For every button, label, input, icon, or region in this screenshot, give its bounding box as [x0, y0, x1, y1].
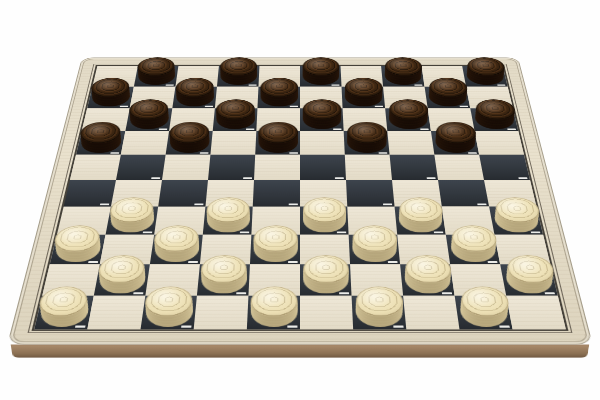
light-man-piece[interactable] — [250, 298, 297, 328]
light-man-piece[interactable] — [153, 236, 200, 262]
dark-man-piece[interactable] — [128, 109, 170, 129]
piece-top-face — [346, 122, 387, 143]
dark-man-piece[interactable] — [383, 67, 422, 85]
board-square — [475, 131, 524, 155]
board-square — [194, 296, 249, 329]
perspective-scene — [0, 0, 600, 400]
piece-top-face — [252, 225, 297, 251]
dark-man-piece[interactable] — [465, 67, 506, 85]
light-man-piece[interactable] — [53, 236, 103, 262]
board-square[interactable] — [342, 87, 386, 109]
board-square[interactable] — [213, 108, 258, 131]
board-square — [121, 131, 169, 155]
board-square[interactable] — [87, 87, 134, 109]
board-square[interactable] — [300, 155, 346, 180]
board-square[interactable] — [425, 87, 471, 109]
board-square[interactable] — [300, 207, 349, 235]
draughts-board — [7, 57, 593, 344]
board-square[interactable] — [500, 264, 558, 296]
dark-man-piece[interactable] — [215, 109, 255, 129]
board-square[interactable] — [253, 180, 300, 207]
light-man-piece[interactable] — [458, 298, 510, 328]
board-square[interactable] — [125, 108, 172, 131]
board-square — [70, 155, 121, 180]
board-square[interactable] — [300, 108, 344, 131]
board-square — [434, 155, 484, 180]
light-man-piece[interactable] — [403, 266, 452, 294]
board-square[interactable] — [349, 235, 400, 265]
light-man-piece[interactable] — [144, 298, 194, 328]
board-square[interactable] — [479, 155, 530, 180]
board-square[interactable] — [462, 66, 507, 87]
dark-man-piece[interactable] — [427, 88, 468, 107]
board-square[interactable] — [116, 155, 166, 180]
light-man-piece[interactable] — [492, 208, 540, 233]
board-square[interactable] — [34, 296, 94, 329]
light-man-piece[interactable] — [253, 236, 298, 262]
board-square[interactable] — [50, 235, 106, 265]
light-man-piece[interactable] — [108, 208, 155, 233]
photo-stage — [0, 0, 600, 400]
board-front-edge — [11, 345, 590, 358]
dark-man-piece[interactable] — [219, 67, 257, 85]
board-square[interactable] — [197, 264, 250, 296]
square-number-tag — [477, 203, 487, 205]
square-number-tag — [151, 177, 160, 179]
board-square[interactable] — [438, 180, 489, 207]
board-square[interactable] — [400, 264, 455, 296]
dark-man-piece[interactable] — [302, 67, 339, 85]
board-square — [403, 296, 459, 329]
board-square[interactable] — [470, 108, 518, 131]
dark-man-piece[interactable] — [260, 88, 298, 107]
board-square[interactable] — [346, 180, 395, 207]
piece-top-face — [257, 122, 297, 143]
board-square[interactable] — [217, 66, 260, 87]
piece-top-face — [260, 78, 298, 97]
piece-top-face — [303, 255, 349, 283]
dark-man-piece[interactable] — [344, 88, 383, 107]
board-square — [300, 131, 345, 155]
board-square[interactable] — [344, 131, 390, 155]
light-man-piece[interactable] — [351, 236, 397, 262]
board-square[interactable] — [300, 66, 342, 87]
board-square[interactable] — [247, 296, 300, 329]
board-square[interactable] — [208, 155, 255, 180]
piece-top-face — [303, 197, 347, 222]
board-square[interactable] — [134, 66, 178, 87]
dark-man-piece[interactable] — [302, 109, 341, 129]
dark-man-piece[interactable] — [388, 109, 429, 129]
dark-man-piece[interactable] — [175, 88, 215, 107]
board-square — [387, 131, 434, 155]
board-square[interactable] — [158, 180, 208, 207]
square-number-tag — [383, 203, 392, 205]
board-square — [345, 155, 392, 180]
dark-man-piece[interactable] — [434, 132, 477, 153]
board-square[interactable] — [203, 207, 253, 235]
piece-top-face — [344, 78, 383, 97]
square-number-tag — [243, 177, 252, 179]
board-square[interactable] — [94, 264, 150, 296]
board-square[interactable] — [172, 87, 217, 109]
board-square[interactable] — [141, 296, 197, 329]
board-square[interactable] — [64, 180, 116, 207]
board-square[interactable] — [106, 207, 159, 235]
board-square[interactable] — [489, 207, 543, 235]
board-square — [254, 155, 300, 180]
light-man-piece[interactable] — [397, 208, 443, 233]
board-square[interactable] — [250, 235, 300, 265]
board-square[interactable] — [390, 155, 438, 180]
dark-man-piece[interactable] — [90, 88, 132, 107]
board-square[interactable] — [257, 87, 300, 109]
light-man-piece[interactable] — [38, 298, 91, 328]
board-square[interactable] — [455, 296, 513, 329]
board-square — [506, 296, 566, 329]
board-square[interactable] — [76, 131, 125, 155]
dark-man-piece[interactable] — [258, 132, 298, 153]
board-square — [210, 131, 256, 155]
board-square — [162, 155, 210, 180]
board-square[interactable] — [300, 264, 352, 296]
board-square[interactable] — [446, 235, 500, 265]
light-man-piece[interactable] — [354, 298, 403, 328]
square-number-tag — [100, 203, 110, 205]
light-man-piece[interactable] — [303, 208, 346, 233]
board-square[interactable] — [431, 131, 479, 155]
square-number-tag — [289, 203, 298, 205]
board-square[interactable] — [255, 131, 300, 155]
light-man-piece[interactable] — [206, 208, 251, 233]
square-number-tag — [427, 177, 436, 179]
board-square — [300, 296, 353, 329]
board-square[interactable] — [166, 131, 213, 155]
piece-top-face — [302, 99, 341, 119]
dark-man-piece[interactable] — [168, 132, 210, 153]
board-square[interactable] — [395, 207, 446, 235]
board-square[interactable] — [150, 235, 203, 265]
dark-man-piece[interactable] — [79, 132, 123, 153]
light-man-piece[interactable] — [200, 266, 247, 294]
piece-top-face — [302, 57, 339, 75]
dark-man-piece[interactable] — [346, 132, 387, 153]
square-number-tag — [194, 203, 203, 205]
piece-top-face — [250, 286, 298, 316]
dark-man-piece[interactable] — [473, 109, 516, 129]
piece-top-face — [352, 225, 398, 251]
square-number-tag — [335, 177, 344, 179]
board-square[interactable] — [385, 108, 431, 131]
dark-man-piece[interactable] — [136, 67, 176, 85]
light-man-piece[interactable] — [503, 266, 554, 294]
light-man-piece[interactable] — [97, 266, 147, 294]
light-man-piece[interactable] — [449, 236, 497, 262]
board-square[interactable] — [352, 296, 407, 329]
square-number-tag — [518, 177, 527, 179]
playing-grid — [32, 65, 569, 331]
board-square[interactable] — [381, 66, 424, 87]
board-square — [87, 296, 145, 329]
light-man-piece[interactable] — [303, 266, 349, 294]
